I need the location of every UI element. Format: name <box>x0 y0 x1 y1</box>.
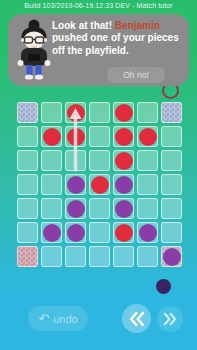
red-piece[interactable] <box>115 128 133 146</box>
cell-r6c7[interactable] <box>161 222 182 243</box>
undo-label: undo <box>53 313 77 325</box>
playfield <box>17 102 182 267</box>
purple-piece[interactable] <box>163 248 181 266</box>
corner-zone-br[interactable] <box>161 246 182 267</box>
red-piece[interactable] <box>115 224 133 242</box>
cell-r4c7[interactable] <box>161 174 182 195</box>
double-chevron-left-icon <box>128 311 146 327</box>
cell-r7c5[interactable] <box>113 246 134 267</box>
purple-piece[interactable] <box>139 224 157 242</box>
cell-r6c4[interactable] <box>89 222 110 243</box>
message-text: Look at that! <box>52 20 115 31</box>
purple-piece[interactable] <box>115 200 133 218</box>
corner-zone-tl[interactable] <box>17 102 38 123</box>
cell-r6c2[interactable] <box>41 222 62 243</box>
cell-r4c2[interactable] <box>41 174 62 195</box>
cell-r3c1[interactable] <box>17 150 38 171</box>
red-piece[interactable] <box>139 128 157 146</box>
double-chevron-right-icon <box>162 312 178 326</box>
purple-piece[interactable] <box>67 200 85 218</box>
cell-r7c4[interactable] <box>89 246 110 267</box>
corner-zone-bl[interactable] <box>17 246 38 267</box>
cell-r4c4[interactable] <box>89 174 110 195</box>
player-name: Benjamin <box>115 20 160 31</box>
dismiss-button[interactable]: Oh no! <box>107 67 165 83</box>
corner-zone-tr[interactable] <box>161 102 182 123</box>
cell-r1c4[interactable] <box>89 102 110 123</box>
purple-piece[interactable] <box>43 224 61 242</box>
message-text: pushed one of your pieces off the playfi… <box>52 32 179 55</box>
purple-piece[interactable] <box>67 176 85 194</box>
red-piece[interactable] <box>67 104 85 122</box>
red-piece[interactable] <box>91 176 109 194</box>
cell-r2c2[interactable] <box>41 126 62 147</box>
cell-r4c5[interactable] <box>113 174 134 195</box>
cell-r4c1[interactable] <box>17 174 38 195</box>
cell-r2c7[interactable] <box>161 126 182 147</box>
cell-r7c6[interactable] <box>137 246 158 267</box>
cell-r1c5[interactable] <box>113 102 134 123</box>
app-screen: Build 103/2019-06-19.12:33 DEV - Match t… <box>0 0 197 350</box>
cell-r5c6[interactable] <box>137 198 158 219</box>
red-piece[interactable] <box>115 152 133 170</box>
cell-r3c7[interactable] <box>161 150 182 171</box>
cell-r3c6[interactable] <box>137 150 158 171</box>
cell-r6c5[interactable] <box>113 222 134 243</box>
cell-r1c6[interactable] <box>137 102 158 123</box>
board-grid <box>17 102 182 267</box>
cell-r5c2[interactable] <box>41 198 62 219</box>
cell-r5c3[interactable] <box>65 198 86 219</box>
cell-r5c4[interactable] <box>89 198 110 219</box>
build-info: Build 103/2019-06-19.12:33 DEV - Match t… <box>0 2 197 9</box>
cell-r4c6[interactable] <box>137 174 158 195</box>
red-piece[interactable] <box>67 128 85 146</box>
red-piece[interactable] <box>43 128 61 146</box>
purple-piece[interactable] <box>67 224 85 242</box>
cell-r6c6[interactable] <box>137 222 158 243</box>
cell-r3c3[interactable] <box>65 150 86 171</box>
tutorial-bubble: Look at that! Benjamin pushed one of you… <box>8 14 189 86</box>
cell-r2c5[interactable] <box>113 126 134 147</box>
cell-r3c2[interactable] <box>41 150 62 171</box>
cell-r5c7[interactable] <box>161 198 182 219</box>
cell-r2c1[interactable] <box>17 126 38 147</box>
tutorial-message: Look at that! Benjamin pushed one of you… <box>52 20 188 57</box>
purple-piece[interactable] <box>115 176 133 194</box>
red-piece[interactable] <box>115 104 133 122</box>
cell-r7c3[interactable] <box>65 246 86 267</box>
undo-icon: ↶ <box>38 312 49 325</box>
cell-r6c1[interactable] <box>17 222 38 243</box>
pushed-off-piece <box>156 279 171 294</box>
undo-button[interactable]: ↶ undo <box>28 306 88 331</box>
cell-r1c2[interactable] <box>41 102 62 123</box>
cell-r6c3[interactable] <box>65 222 86 243</box>
cell-r2c4[interactable] <box>89 126 110 147</box>
cell-r4c3[interactable] <box>65 174 86 195</box>
tutor-avatar-icon <box>10 18 56 80</box>
cell-r2c6[interactable] <box>137 126 158 147</box>
forward-button[interactable] <box>157 306 183 332</box>
cell-r3c5[interactable] <box>113 150 134 171</box>
cell-r3c4[interactable] <box>89 150 110 171</box>
cell-r5c5[interactable] <box>113 198 134 219</box>
cell-r7c2[interactable] <box>41 246 62 267</box>
rewind-button[interactable] <box>122 304 151 333</box>
cell-r1c3[interactable] <box>65 102 86 123</box>
cell-r2c3[interactable] <box>65 126 86 147</box>
cell-r5c1[interactable] <box>17 198 38 219</box>
